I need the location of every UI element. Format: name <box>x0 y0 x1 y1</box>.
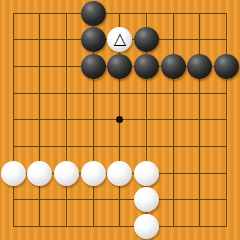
intersection[interactable] <box>107 160 134 187</box>
intersection[interactable] <box>213 53 240 80</box>
intersection[interactable] <box>0 107 27 134</box>
triangle-mark-icon: △ <box>114 31 126 47</box>
intersection[interactable] <box>133 80 160 107</box>
intersection[interactable] <box>80 213 107 240</box>
intersection[interactable] <box>80 0 107 27</box>
star-point <box>116 116 123 123</box>
intersection[interactable] <box>80 187 107 214</box>
intersection[interactable] <box>213 213 240 240</box>
intersection[interactable] <box>160 27 187 54</box>
intersection[interactable] <box>133 0 160 27</box>
black-stone[interactable] <box>107 54 132 79</box>
intersection[interactable] <box>213 160 240 187</box>
intersection[interactable] <box>0 53 27 80</box>
intersection[interactable] <box>133 160 160 187</box>
intersection[interactable] <box>80 27 107 54</box>
intersection[interactable] <box>27 27 54 54</box>
white-stone[interactable] <box>54 161 79 186</box>
white-stone[interactable] <box>134 187 159 212</box>
intersection[interactable] <box>213 27 240 54</box>
intersection[interactable] <box>160 0 187 27</box>
intersection[interactable] <box>27 80 54 107</box>
intersection[interactable] <box>0 213 27 240</box>
intersection[interactable] <box>53 0 80 27</box>
intersection[interactable] <box>0 0 27 27</box>
intersection[interactable] <box>107 133 134 160</box>
intersection[interactable] <box>187 213 214 240</box>
intersection[interactable] <box>213 107 240 134</box>
intersection[interactable] <box>160 80 187 107</box>
intersection[interactable] <box>160 187 187 214</box>
intersection[interactable] <box>0 80 27 107</box>
intersection[interactable] <box>27 160 54 187</box>
intersection[interactable] <box>80 107 107 134</box>
intersection[interactable] <box>160 53 187 80</box>
intersection[interactable] <box>133 107 160 134</box>
white-stone[interactable]: △ <box>107 27 132 52</box>
black-stone[interactable] <box>214 54 239 79</box>
intersection[interactable] <box>53 107 80 134</box>
intersection[interactable] <box>133 133 160 160</box>
intersection[interactable] <box>53 80 80 107</box>
intersection[interactable]: △ <box>107 27 134 54</box>
intersection[interactable] <box>53 133 80 160</box>
white-stone[interactable] <box>134 214 159 239</box>
intersection[interactable] <box>187 0 214 27</box>
intersection[interactable] <box>80 53 107 80</box>
intersection[interactable] <box>0 133 27 160</box>
intersection[interactable] <box>133 53 160 80</box>
intersection[interactable] <box>107 0 134 27</box>
intersection[interactable] <box>0 160 27 187</box>
intersection[interactable] <box>187 187 214 214</box>
intersection[interactable] <box>187 160 214 187</box>
intersection[interactable] <box>213 187 240 214</box>
intersection[interactable] <box>107 187 134 214</box>
intersection[interactable] <box>160 133 187 160</box>
black-stone[interactable] <box>81 27 106 52</box>
intersection[interactable] <box>160 160 187 187</box>
intersection[interactable] <box>80 80 107 107</box>
intersection[interactable] <box>27 0 54 27</box>
intersection[interactable] <box>27 107 54 134</box>
black-stone[interactable] <box>134 54 159 79</box>
intersection[interactable] <box>107 107 134 134</box>
go-board: △ <box>0 0 240 240</box>
intersection[interactable] <box>27 53 54 80</box>
intersection[interactable] <box>80 133 107 160</box>
intersection[interactable] <box>187 107 214 134</box>
intersection[interactable] <box>133 27 160 54</box>
intersection[interactable] <box>53 27 80 54</box>
intersection[interactable] <box>107 213 134 240</box>
intersection[interactable] <box>213 0 240 27</box>
white-stone[interactable] <box>134 161 159 186</box>
intersection[interactable] <box>53 53 80 80</box>
white-stone[interactable] <box>1 161 26 186</box>
intersection[interactable] <box>0 187 27 214</box>
black-stone[interactable] <box>81 1 106 26</box>
intersection[interactable] <box>107 53 134 80</box>
black-stone[interactable] <box>187 54 212 79</box>
board-grid: △ <box>0 0 240 240</box>
black-stone[interactable] <box>81 54 106 79</box>
white-stone[interactable] <box>81 161 106 186</box>
intersection[interactable] <box>27 187 54 214</box>
black-stone[interactable] <box>134 27 159 52</box>
intersection[interactable] <box>133 187 160 214</box>
intersection[interactable] <box>187 53 214 80</box>
intersection[interactable] <box>187 80 214 107</box>
intersection[interactable] <box>160 213 187 240</box>
intersection[interactable] <box>160 107 187 134</box>
intersection[interactable] <box>27 133 54 160</box>
intersection[interactable] <box>27 213 54 240</box>
intersection[interactable] <box>187 27 214 54</box>
intersection[interactable] <box>53 160 80 187</box>
intersection[interactable] <box>187 133 214 160</box>
intersection[interactable] <box>213 133 240 160</box>
intersection[interactable] <box>53 213 80 240</box>
intersection[interactable] <box>0 27 27 54</box>
intersection[interactable] <box>213 80 240 107</box>
black-stone[interactable] <box>161 54 186 79</box>
intersection[interactable] <box>53 187 80 214</box>
intersection[interactable] <box>133 213 160 240</box>
intersection[interactable] <box>107 80 134 107</box>
white-stone[interactable] <box>107 161 132 186</box>
intersection[interactable] <box>80 160 107 187</box>
white-stone[interactable] <box>27 161 52 186</box>
